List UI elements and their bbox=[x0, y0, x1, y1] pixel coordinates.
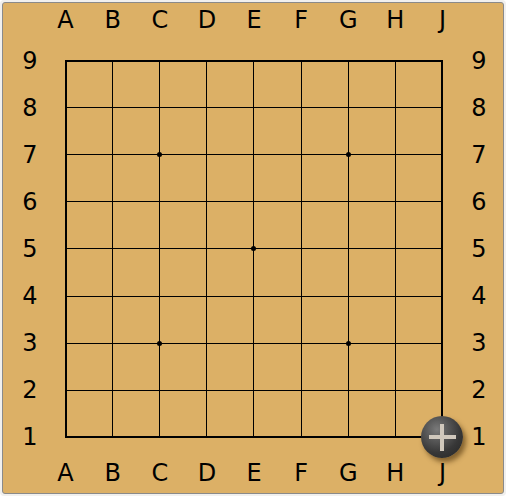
board-intersection-D4[interactable] bbox=[183, 273, 230, 320]
board-intersection-H1[interactable] bbox=[372, 414, 419, 461]
coordinate-label: D bbox=[183, 458, 230, 487]
board-intersection-G4[interactable] bbox=[325, 273, 372, 320]
coordinate-label: C bbox=[136, 458, 183, 487]
board-intersection-D3[interactable] bbox=[183, 320, 230, 367]
hoshi-dot bbox=[157, 152, 162, 157]
board-intersection-C6[interactable] bbox=[136, 178, 183, 225]
board-intersection-A1[interactable] bbox=[42, 414, 89, 461]
board-intersection-H9[interactable] bbox=[372, 37, 419, 84]
board-intersection-C4[interactable] bbox=[136, 273, 183, 320]
board-intersection-F4[interactable] bbox=[278, 273, 325, 320]
goban-grid bbox=[42, 37, 466, 461]
coordinate-label: A bbox=[42, 3, 89, 37]
board-intersection-E8[interactable] bbox=[230, 84, 277, 131]
board-intersection-F6[interactable] bbox=[278, 178, 325, 225]
coordinate-label: E bbox=[230, 458, 277, 487]
board-intersection-A5[interactable] bbox=[42, 225, 89, 272]
board-intersection-D7[interactable] bbox=[183, 131, 230, 178]
board-intersection-B8[interactable] bbox=[89, 84, 136, 131]
board-intersection-A3[interactable] bbox=[42, 320, 89, 367]
go-board-panel: ABCDEFGHJ ABCDEFGHJ 987654321 987654321 bbox=[0, 0, 506, 496]
board-intersection-H5[interactable] bbox=[372, 225, 419, 272]
board-intersection-F9[interactable] bbox=[278, 37, 325, 84]
coordinate-label: A bbox=[42, 458, 89, 487]
board-intersection-G9[interactable] bbox=[325, 37, 372, 84]
hoshi-dot bbox=[157, 341, 162, 346]
board-intersection-C7[interactable] bbox=[136, 131, 183, 178]
board-intersection-B3[interactable] bbox=[89, 320, 136, 367]
board-intersection-H7[interactable] bbox=[372, 131, 419, 178]
coordinate-label: E bbox=[230, 3, 277, 37]
board-intersection-A6[interactable] bbox=[42, 178, 89, 225]
board-intersection-B6[interactable] bbox=[89, 178, 136, 225]
board-intersection-J7[interactable] bbox=[419, 131, 466, 178]
board-intersection-F5[interactable] bbox=[278, 225, 325, 272]
board-intersection-A2[interactable] bbox=[42, 367, 89, 414]
board-intersection-C3[interactable] bbox=[136, 320, 183, 367]
board-intersection-J2[interactable] bbox=[419, 367, 466, 414]
board-intersection-B5[interactable] bbox=[89, 225, 136, 272]
coordinate-label: G bbox=[325, 458, 372, 487]
board-intersection-C9[interactable] bbox=[136, 37, 183, 84]
board-intersection-E4[interactable] bbox=[230, 273, 277, 320]
board-intersection-E5[interactable] bbox=[230, 225, 277, 272]
board-intersection-G3[interactable] bbox=[325, 320, 372, 367]
board-intersection-C5[interactable] bbox=[136, 225, 183, 272]
board-intersection-B2[interactable] bbox=[89, 367, 136, 414]
coordinate-labels-top: ABCDEFGHJ bbox=[42, 3, 466, 37]
board-intersection-G2[interactable] bbox=[325, 367, 372, 414]
board-intersection-B7[interactable] bbox=[89, 131, 136, 178]
board-intersection-E1[interactable] bbox=[230, 414, 277, 461]
coordinate-label: B bbox=[89, 3, 136, 37]
board-intersection-F7[interactable] bbox=[278, 131, 325, 178]
board-intersection-J6[interactable] bbox=[419, 178, 466, 225]
board-intersection-J5[interactable] bbox=[419, 225, 466, 272]
hoshi-dot bbox=[251, 246, 256, 251]
hoshi-dot bbox=[346, 152, 351, 157]
board-intersection-D6[interactable] bbox=[183, 178, 230, 225]
board-intersection-H4[interactable] bbox=[372, 273, 419, 320]
board-intersection-D5[interactable] bbox=[183, 225, 230, 272]
board-intersection-E3[interactable] bbox=[230, 320, 277, 367]
board-intersection-E6[interactable] bbox=[230, 178, 277, 225]
board-intersection-J4[interactable] bbox=[419, 273, 466, 320]
board-intersection-G1[interactable] bbox=[325, 414, 372, 461]
coordinate-label: D bbox=[183, 3, 230, 37]
board-intersection-A7[interactable] bbox=[42, 131, 89, 178]
board-intersection-A8[interactable] bbox=[42, 84, 89, 131]
board-intersection-D2[interactable] bbox=[183, 367, 230, 414]
board-intersection-H6[interactable] bbox=[372, 178, 419, 225]
board-intersection-B4[interactable] bbox=[89, 273, 136, 320]
board-intersection-E2[interactable] bbox=[230, 367, 277, 414]
board-intersection-G6[interactable] bbox=[325, 178, 372, 225]
board-intersection-C2[interactable] bbox=[136, 367, 183, 414]
board-intersection-E7[interactable] bbox=[230, 131, 277, 178]
board-intersection-J3[interactable] bbox=[419, 320, 466, 367]
coordinate-label: G bbox=[325, 3, 372, 37]
board-intersection-H3[interactable] bbox=[372, 320, 419, 367]
coordinate-labels-bottom: ABCDEFGHJ bbox=[42, 458, 466, 487]
board-intersection-A4[interactable] bbox=[42, 273, 89, 320]
coordinate-label: B bbox=[89, 458, 136, 487]
board-intersection-C8[interactable] bbox=[136, 84, 183, 131]
board-intersection-D9[interactable] bbox=[183, 37, 230, 84]
board-intersection-F1[interactable] bbox=[278, 414, 325, 461]
coordinate-label: J bbox=[419, 3, 466, 37]
coordinate-label: H bbox=[372, 3, 419, 37]
coordinate-label: J bbox=[419, 458, 466, 487]
board-intersection-H2[interactable] bbox=[372, 367, 419, 414]
board-intersection-F2[interactable] bbox=[278, 367, 325, 414]
board-intersection-D1[interactable] bbox=[183, 414, 230, 461]
board-intersection-F8[interactable] bbox=[278, 84, 325, 131]
board-intersection-G8[interactable] bbox=[325, 84, 372, 131]
board-intersection-A9[interactable] bbox=[42, 37, 89, 84]
hoshi-dot bbox=[346, 341, 351, 346]
board-intersection-J9[interactable] bbox=[419, 37, 466, 84]
board-intersection-B9[interactable] bbox=[89, 37, 136, 84]
board-intersection-B1[interactable] bbox=[89, 414, 136, 461]
board-intersection-D8[interactable] bbox=[183, 84, 230, 131]
black-stone-plus-marker[interactable] bbox=[421, 416, 463, 458]
board-intersection-E9[interactable] bbox=[230, 37, 277, 84]
board-intersection-J8[interactable] bbox=[419, 84, 466, 131]
board-intersection-H8[interactable] bbox=[372, 84, 419, 131]
coordinate-label: C bbox=[136, 3, 183, 37]
board-intersection-G5[interactable] bbox=[325, 225, 372, 272]
board-intersection-G7[interactable] bbox=[325, 131, 372, 178]
goban-background: ABCDEFGHJ ABCDEFGHJ 987654321 987654321 bbox=[2, 2, 504, 494]
board-intersection-F3[interactable] bbox=[278, 320, 325, 367]
coordinate-label: F bbox=[278, 3, 325, 37]
coordinate-label: F bbox=[278, 458, 325, 487]
board-intersection-C1[interactable] bbox=[136, 414, 183, 461]
coordinate-label: H bbox=[372, 458, 419, 487]
board-intersection-J1[interactable] bbox=[419, 414, 466, 461]
